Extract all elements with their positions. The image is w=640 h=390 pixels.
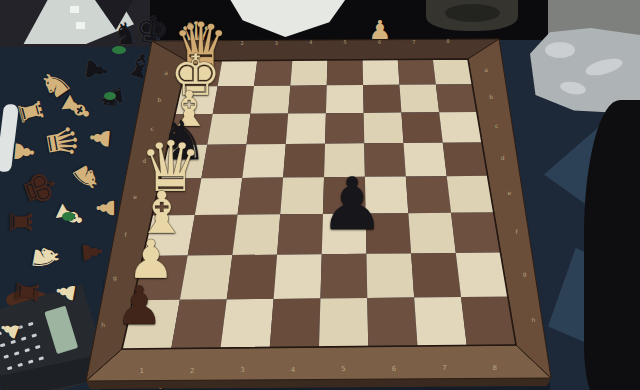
black-pawn-h1[interactable]: ♟ — [112, 279, 167, 334]
chess-setup-photo: ♞♟♜♝♞♟♛♟♚♞♜♝♟♞♟♜♟♟♝♞♚♛♟♟♟♟ 1234567812345… — [0, 0, 640, 390]
green-felt-base — [62, 212, 75, 221]
black-pawn-f5[interactable]: ♟ — [314, 167, 389, 242]
green-felt-base — [104, 92, 116, 100]
on-board-pieces: ♛♚♝♞♛♝♟♟♟ — [0, 0, 640, 390]
green-felt-base — [112, 46, 126, 54]
